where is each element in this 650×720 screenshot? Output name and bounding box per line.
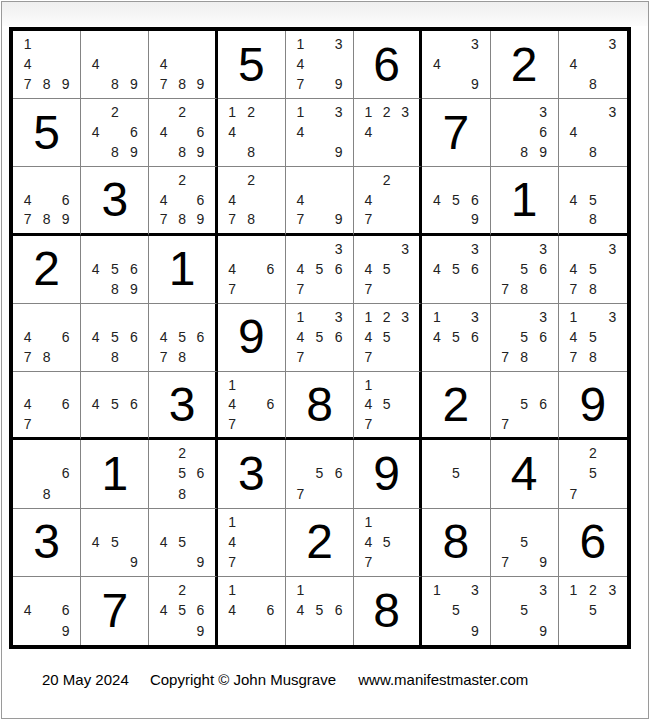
empty-candidate-slot xyxy=(261,239,280,259)
solved-digit: 8 xyxy=(373,587,400,635)
candidate-digit: 6 xyxy=(124,327,143,347)
cell-r1c9[interactable]: 348 xyxy=(559,31,627,99)
candidate-digit: 2 xyxy=(583,580,602,600)
cell-r7c5[interactable]: 567 xyxy=(286,440,354,508)
cell-r5c2[interactable]: 4568 xyxy=(81,304,149,372)
candidate-digit: 4 xyxy=(18,54,37,74)
candidate-digit: 9 xyxy=(56,74,75,94)
solved-digit: 8 xyxy=(443,518,470,566)
empty-candidate-slot xyxy=(261,580,280,600)
pencil-marks: 459 xyxy=(149,509,214,576)
pencil-marks: 567 xyxy=(286,440,353,507)
pencil-marks: 1456 xyxy=(286,577,353,645)
candidate-digit: 4 xyxy=(564,122,583,142)
empty-candidate-slot xyxy=(242,621,261,641)
pencil-marks: 4569 xyxy=(422,167,489,232)
candidate-digit: 7 xyxy=(18,209,37,228)
pencil-marks: 3689 xyxy=(491,99,558,166)
empty-candidate-slot xyxy=(105,122,124,142)
pencil-marks: 348 xyxy=(559,99,627,166)
cell-r9c2[interactable]: 7 xyxy=(81,577,149,645)
empty-candidate-slot xyxy=(496,532,515,552)
cell-r6c2[interactable]: 456 xyxy=(81,372,149,440)
empty-candidate-slot xyxy=(603,142,622,162)
empty-candidate-slot xyxy=(465,54,484,74)
cell-r9c4[interactable]: 146 xyxy=(218,577,286,645)
pencil-marks: 4789 xyxy=(149,31,214,98)
candidate-digit: 8 xyxy=(37,347,56,367)
cell-r9c6[interactable]: 8 xyxy=(354,577,422,645)
candidate-digit: 5 xyxy=(583,259,602,279)
empty-candidate-slot xyxy=(496,621,515,641)
cell-r8c7[interactable]: 8 xyxy=(422,509,490,577)
candidate-digit: 9 xyxy=(534,142,553,162)
cell-r5c6[interactable]: 123457 xyxy=(354,304,422,372)
solved-digit: 3 xyxy=(169,381,196,429)
empty-candidate-slot xyxy=(396,347,414,367)
cell-r8c9[interactable]: 6 xyxy=(559,509,627,577)
cell-r8c2[interactable]: 459 xyxy=(81,509,149,577)
cell-r2c2[interactable]: 24689 xyxy=(81,99,149,167)
candidate-digit: 2 xyxy=(173,102,191,122)
empty-candidate-slot xyxy=(291,239,310,259)
candidate-digit: 5 xyxy=(378,259,396,279)
candidate-digit: 2 xyxy=(242,102,261,122)
empty-candidate-slot xyxy=(427,279,446,299)
candidate-digit: 8 xyxy=(105,74,124,94)
empty-candidate-slot xyxy=(154,307,172,327)
empty-candidate-slot xyxy=(154,580,172,600)
candidate-digit: 3 xyxy=(603,239,622,259)
empty-candidate-slot xyxy=(291,170,310,189)
empty-candidate-slot xyxy=(310,122,329,142)
cell-r4c6[interactable]: 3457 xyxy=(354,236,422,304)
empty-candidate-slot xyxy=(465,483,484,503)
empty-candidate-slot xyxy=(18,443,37,463)
candidate-digit: 7 xyxy=(18,414,37,433)
empty-candidate-slot xyxy=(446,580,465,600)
empty-candidate-slot xyxy=(534,532,553,552)
empty-candidate-slot xyxy=(534,279,553,299)
candidate-digit: 4 xyxy=(291,54,310,74)
empty-candidate-slot xyxy=(427,443,446,463)
cell-r2c1[interactable]: 5 xyxy=(13,99,81,167)
cell-r7c4[interactable]: 3 xyxy=(218,440,286,508)
candidate-digit: 7 xyxy=(291,279,310,299)
pencil-marks: 13479 xyxy=(286,31,353,98)
candidate-digit: 5 xyxy=(173,600,191,620)
candidate-digit: 9 xyxy=(124,142,143,162)
candidate-digit: 5 xyxy=(378,532,396,552)
empty-candidate-slot xyxy=(261,621,280,641)
cell-r3c9[interactable]: 458 xyxy=(559,167,627,235)
candidate-digit: 5 xyxy=(173,532,191,552)
empty-candidate-slot xyxy=(583,483,602,503)
pencil-marks: 359 xyxy=(491,577,558,645)
cell-r9c1[interactable]: 469 xyxy=(13,577,81,645)
candidate-digit: 1 xyxy=(223,375,242,394)
solved-digit: 2 xyxy=(511,41,538,89)
cell-r7c2[interactable]: 1 xyxy=(81,440,149,508)
cell-r1c6[interactable]: 6 xyxy=(354,31,422,99)
empty-candidate-slot xyxy=(261,122,280,142)
empty-candidate-slot xyxy=(446,239,465,259)
empty-candidate-slot xyxy=(56,347,75,367)
empty-candidate-slot xyxy=(154,443,172,463)
empty-candidate-slot xyxy=(124,347,143,367)
cell-r2c4[interactable]: 1248 xyxy=(218,99,286,167)
empty-candidate-slot xyxy=(396,512,414,532)
empty-candidate-slot xyxy=(105,54,124,74)
pencil-marks: 134578 xyxy=(559,304,627,371)
empty-candidate-slot xyxy=(261,512,280,532)
empty-candidate-slot xyxy=(329,54,348,74)
solved-digit: 6 xyxy=(580,518,607,566)
empty-candidate-slot xyxy=(446,170,465,189)
candidate-digit: 9 xyxy=(534,621,553,641)
empty-candidate-slot xyxy=(396,122,414,142)
empty-candidate-slot xyxy=(191,580,209,600)
empty-candidate-slot xyxy=(105,375,124,394)
cell-r6c6[interactable]: 1457 xyxy=(354,372,422,440)
cell-r4c5[interactable]: 34567 xyxy=(286,236,354,304)
cell-r8c3[interactable]: 459 xyxy=(149,509,217,577)
cell-r1c4[interactable]: 5 xyxy=(218,31,286,99)
solved-digit: 6 xyxy=(373,41,400,89)
candidate-digit: 4 xyxy=(359,395,377,414)
empty-candidate-slot xyxy=(329,122,348,142)
empty-candidate-slot xyxy=(515,621,534,641)
candidate-digit: 7 xyxy=(291,347,310,367)
cell-r8c1[interactable]: 3 xyxy=(13,509,81,577)
cell-r2c9[interactable]: 348 xyxy=(559,99,627,167)
cell-r2c5[interactable]: 1349 xyxy=(286,99,354,167)
cell-r7c7[interactable]: 5 xyxy=(422,440,490,508)
empty-candidate-slot xyxy=(310,580,329,600)
empty-candidate-slot xyxy=(191,54,209,74)
candidate-digit: 4 xyxy=(291,259,310,279)
cell-r9c8[interactable]: 359 xyxy=(491,577,559,645)
empty-candidate-slot xyxy=(56,414,75,433)
candidate-digit: 9 xyxy=(329,142,348,162)
empty-candidate-slot xyxy=(154,102,172,122)
cell-r3c7[interactable]: 4569 xyxy=(422,167,490,235)
candidate-digit: 6 xyxy=(191,190,209,209)
cell-r6c9[interactable]: 9 xyxy=(559,372,627,440)
candidate-digit: 7 xyxy=(154,74,172,94)
empty-candidate-slot xyxy=(261,552,280,572)
empty-candidate-slot xyxy=(86,34,105,54)
candidate-digit: 7 xyxy=(291,209,310,228)
cell-r7c1[interactable]: 68 xyxy=(13,440,81,508)
empty-candidate-slot xyxy=(37,307,56,327)
cell-r5c1[interactable]: 4678 xyxy=(13,304,81,372)
empty-candidate-slot xyxy=(242,532,261,552)
solved-digit: 9 xyxy=(373,450,400,498)
empty-candidate-slot xyxy=(310,74,329,94)
cell-r1c2[interactable]: 489 xyxy=(81,31,149,99)
cell-r1c3[interactable]: 4789 xyxy=(149,31,217,99)
empty-candidate-slot xyxy=(310,621,329,641)
empty-candidate-slot xyxy=(564,463,583,483)
cell-r3c4[interactable]: 2478 xyxy=(218,167,286,235)
empty-candidate-slot xyxy=(242,580,261,600)
candidate-digit: 9 xyxy=(465,621,484,641)
solved-digit: 9 xyxy=(238,313,265,361)
candidate-digit: 3 xyxy=(329,34,348,54)
candidate-digit: 4 xyxy=(86,532,105,552)
pencil-marks: 4568 xyxy=(81,304,148,371)
candidate-digit: 6 xyxy=(534,327,553,347)
empty-candidate-slot xyxy=(191,483,209,503)
cell-r6c8[interactable]: 567 xyxy=(491,372,559,440)
cell-r9c9[interactable]: 1235 xyxy=(559,577,627,645)
page-top-shade xyxy=(2,2,648,26)
pencil-marks: 24689 xyxy=(149,99,214,166)
cell-r8c5[interactable]: 2 xyxy=(286,509,354,577)
empty-candidate-slot xyxy=(37,170,56,189)
cell-r8c6[interactable]: 1457 xyxy=(354,509,422,577)
empty-candidate-slot xyxy=(603,170,622,189)
empty-candidate-slot xyxy=(105,307,124,327)
cell-r9c7[interactable]: 1359 xyxy=(422,577,490,645)
candidate-digit: 1 xyxy=(427,580,446,600)
candidate-digit: 4 xyxy=(223,532,242,552)
empty-candidate-slot xyxy=(191,307,209,327)
cell-r6c3[interactable]: 3 xyxy=(149,372,217,440)
cell-r6c4[interactable]: 1467 xyxy=(218,372,286,440)
empty-candidate-slot xyxy=(564,600,583,620)
cell-r3c5[interactable]: 479 xyxy=(286,167,354,235)
footer-copyright: Copyright © John Musgrave xyxy=(150,671,336,688)
candidate-digit: 6 xyxy=(191,327,209,347)
empty-candidate-slot xyxy=(191,102,209,122)
empty-candidate-slot xyxy=(261,532,280,552)
cell-r5c7[interactable]: 13456 xyxy=(422,304,490,372)
solved-digit: 2 xyxy=(306,518,333,566)
empty-candidate-slot xyxy=(534,512,553,532)
candidate-digit: 6 xyxy=(56,463,75,483)
cell-r5c5[interactable]: 134567 xyxy=(286,304,354,372)
empty-candidate-slot xyxy=(154,512,172,532)
empty-candidate-slot xyxy=(191,34,209,54)
cell-r1c5[interactable]: 13479 xyxy=(286,31,354,99)
candidate-digit: 8 xyxy=(583,209,602,228)
candidate-digit: 8 xyxy=(515,347,534,367)
cell-r2c6[interactable]: 1234 xyxy=(354,99,422,167)
empty-candidate-slot xyxy=(378,279,396,299)
empty-candidate-slot xyxy=(496,600,515,620)
empty-candidate-slot xyxy=(18,463,37,483)
empty-candidate-slot xyxy=(242,190,261,209)
empty-candidate-slot xyxy=(191,532,209,552)
candidate-digit: 3 xyxy=(329,102,348,122)
candidate-digit: 4 xyxy=(154,600,172,620)
cell-r4c8[interactable]: 35678 xyxy=(491,236,559,304)
candidate-digit: 9 xyxy=(191,621,209,641)
candidate-digit: 3 xyxy=(534,580,553,600)
pencil-marks: 1235 xyxy=(559,577,627,645)
cell-r1c8[interactable]: 2 xyxy=(491,31,559,99)
candidate-digit: 4 xyxy=(86,395,105,414)
cell-r5c3[interactable]: 45678 xyxy=(149,304,217,372)
cell-r4c9[interactable]: 34578 xyxy=(559,236,627,304)
candidate-digit: 5 xyxy=(310,600,329,620)
empty-candidate-slot xyxy=(427,74,446,94)
candidate-digit: 7 xyxy=(564,347,583,367)
empty-candidate-slot xyxy=(496,307,515,327)
empty-candidate-slot xyxy=(396,414,414,433)
empty-candidate-slot xyxy=(396,259,414,279)
empty-candidate-slot xyxy=(564,209,583,228)
candidate-digit: 4 xyxy=(359,122,377,142)
cell-r4c7[interactable]: 3456 xyxy=(422,236,490,304)
cell-r6c1[interactable]: 467 xyxy=(13,372,81,440)
empty-candidate-slot xyxy=(329,443,348,463)
candidate-digit: 6 xyxy=(124,259,143,279)
candidate-digit: 5 xyxy=(583,327,602,347)
cell-r3c1[interactable]: 46789 xyxy=(13,167,81,235)
empty-candidate-slot xyxy=(291,443,310,463)
candidate-digit: 6 xyxy=(124,122,143,142)
candidate-digit: 8 xyxy=(105,347,124,367)
cell-r4c1[interactable]: 2 xyxy=(13,236,81,304)
empty-candidate-slot xyxy=(534,347,553,367)
empty-candidate-slot xyxy=(603,463,622,483)
candidate-digit: 3 xyxy=(603,307,622,327)
candidate-digit: 3 xyxy=(534,102,553,122)
empty-candidate-slot xyxy=(396,142,414,162)
empty-candidate-slot xyxy=(396,532,414,552)
cell-r9c5[interactable]: 1456 xyxy=(286,577,354,645)
empty-candidate-slot xyxy=(56,170,75,189)
candidate-digit: 5 xyxy=(310,463,329,483)
empty-candidate-slot xyxy=(191,443,209,463)
pencil-marks: 3456 xyxy=(422,236,489,303)
pencil-marks: 34567 xyxy=(286,236,353,303)
solved-digit: 4 xyxy=(511,450,538,498)
candidate-digit: 7 xyxy=(223,552,242,572)
cell-r3c2[interactable]: 3 xyxy=(81,167,149,235)
cell-r7c9[interactable]: 257 xyxy=(559,440,627,508)
pencil-marks: 123457 xyxy=(354,304,419,371)
candidate-digit: 8 xyxy=(173,347,191,367)
empty-candidate-slot xyxy=(242,239,261,259)
empty-candidate-slot xyxy=(124,54,143,74)
cell-r4c4[interactable]: 467 xyxy=(218,236,286,304)
pencil-marks: 2568 xyxy=(149,440,214,507)
cell-r6c7[interactable]: 2 xyxy=(422,372,490,440)
pencil-marks: 35678 xyxy=(491,304,558,371)
pencil-marks: 247 xyxy=(354,167,419,232)
cell-r7c8[interactable]: 4 xyxy=(491,440,559,508)
cell-r6c5[interactable]: 8 xyxy=(286,372,354,440)
candidate-digit: 1 xyxy=(18,34,37,54)
cell-r7c3[interactable]: 2568 xyxy=(149,440,217,508)
cell-r8c4[interactable]: 147 xyxy=(218,509,286,577)
cell-r3c6[interactable]: 247 xyxy=(354,167,422,235)
cell-r8c8[interactable]: 579 xyxy=(491,509,559,577)
candidate-digit: 4 xyxy=(154,122,172,142)
candidate-digit: 4 xyxy=(427,54,446,74)
empty-candidate-slot xyxy=(37,34,56,54)
candidate-digit: 3 xyxy=(396,239,414,259)
cell-r5c4[interactable]: 9 xyxy=(218,304,286,372)
empty-candidate-slot xyxy=(310,142,329,162)
cell-r2c3[interactable]: 24689 xyxy=(149,99,217,167)
empty-candidate-slot xyxy=(378,122,396,142)
candidate-digit: 3 xyxy=(329,239,348,259)
cell-r2c8[interactable]: 3689 xyxy=(491,99,559,167)
empty-candidate-slot xyxy=(496,375,515,394)
cell-r4c2[interactable]: 45689 xyxy=(81,236,149,304)
cell-r3c3[interactable]: 246789 xyxy=(149,167,217,235)
empty-candidate-slot xyxy=(261,102,280,122)
solved-digit: 2 xyxy=(443,381,470,429)
empty-candidate-slot xyxy=(191,512,209,532)
empty-candidate-slot xyxy=(515,375,534,394)
empty-candidate-slot xyxy=(173,34,191,54)
empty-candidate-slot xyxy=(37,414,56,433)
cell-r1c7[interactable]: 349 xyxy=(422,31,490,99)
empty-candidate-slot xyxy=(496,102,515,122)
empty-candidate-slot xyxy=(603,621,622,641)
pencil-marks: 467 xyxy=(218,236,285,303)
candidate-digit: 8 xyxy=(583,74,602,94)
candidate-digit: 4 xyxy=(86,259,105,279)
cell-r7c6[interactable]: 9 xyxy=(354,440,422,508)
empty-candidate-slot xyxy=(223,621,242,641)
empty-candidate-slot xyxy=(223,239,242,259)
candidate-digit: 4 xyxy=(564,259,583,279)
cell-r9c3[interactable]: 24569 xyxy=(149,577,217,645)
empty-candidate-slot xyxy=(359,142,377,162)
empty-candidate-slot xyxy=(261,142,280,162)
candidate-digit: 7 xyxy=(496,414,515,433)
empty-candidate-slot xyxy=(496,580,515,600)
candidate-digit: 5 xyxy=(446,327,465,347)
empty-candidate-slot xyxy=(37,395,56,414)
pencil-marks: 479 xyxy=(286,167,353,232)
footer-url: www.manifestmaster.com xyxy=(358,671,528,688)
empty-candidate-slot xyxy=(465,170,484,189)
candidate-digit: 5 xyxy=(446,463,465,483)
empty-candidate-slot xyxy=(310,443,329,463)
candidate-digit: 3 xyxy=(603,580,622,600)
cell-r5c9[interactable]: 134578 xyxy=(559,304,627,372)
empty-candidate-slot xyxy=(496,259,515,279)
empty-candidate-slot xyxy=(86,307,105,327)
cell-r1c1[interactable]: 14789 xyxy=(13,31,81,99)
empty-candidate-slot xyxy=(18,375,37,394)
candidate-digit: 6 xyxy=(329,463,348,483)
candidate-digit: 6 xyxy=(56,327,75,347)
empty-candidate-slot xyxy=(515,414,534,433)
empty-candidate-slot xyxy=(603,443,622,463)
cell-r5c8[interactable]: 35678 xyxy=(491,304,559,372)
cell-r2c7[interactable]: 7 xyxy=(422,99,490,167)
empty-candidate-slot xyxy=(496,512,515,532)
cell-r4c3[interactable]: 1 xyxy=(149,236,217,304)
cell-r3c8[interactable]: 1 xyxy=(491,167,559,235)
empty-candidate-slot xyxy=(37,327,56,347)
pencil-marks: 1359 xyxy=(422,577,489,645)
pencil-marks: 1457 xyxy=(354,509,419,576)
candidate-digit: 3 xyxy=(534,307,553,327)
empty-candidate-slot xyxy=(310,209,329,228)
empty-candidate-slot xyxy=(603,600,622,620)
empty-candidate-slot xyxy=(105,34,124,54)
